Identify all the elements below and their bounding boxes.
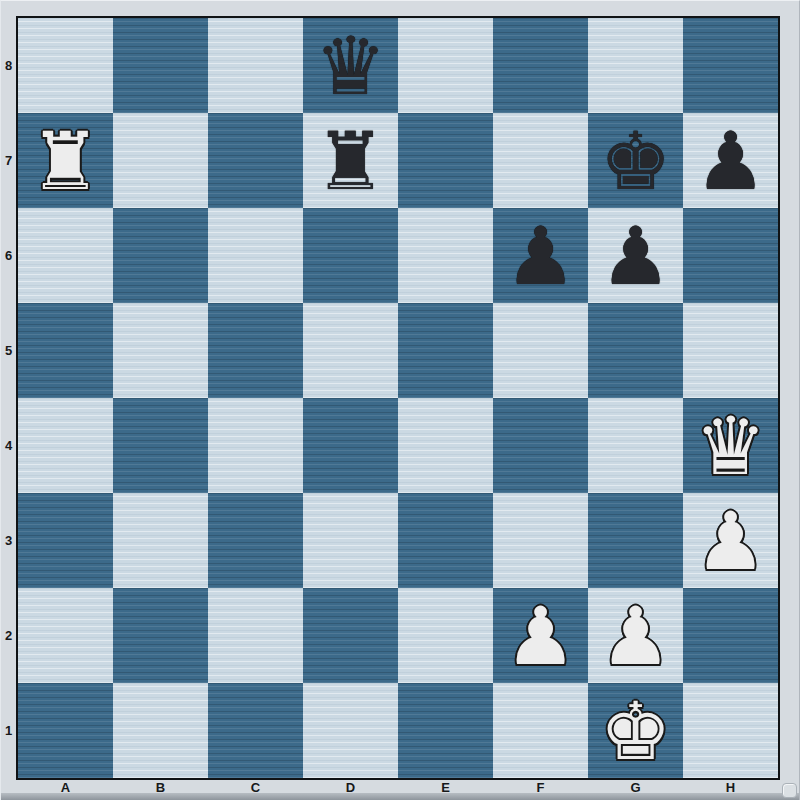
square-h7[interactable]: ♟: [683, 113, 778, 208]
piece-white-queen[interactable]: ♛: [695, 407, 767, 487]
square-g4[interactable]: [588, 398, 683, 493]
square-d7[interactable]: ♜: [303, 113, 398, 208]
square-b6[interactable]: [113, 208, 208, 303]
square-e5[interactable]: [398, 303, 493, 398]
square-d1[interactable]: [303, 683, 398, 778]
square-b3[interactable]: [113, 493, 208, 588]
piece-black-pawn[interactable]: ♟: [695, 122, 767, 202]
square-a6[interactable]: [18, 208, 113, 303]
piece-white-pawn[interactable]: ♟: [695, 502, 767, 582]
square-b8[interactable]: [113, 18, 208, 113]
square-a5[interactable]: [18, 303, 113, 398]
square-h3[interactable]: ♟: [683, 493, 778, 588]
square-a7[interactable]: ♜: [18, 113, 113, 208]
square-f1[interactable]: [493, 683, 588, 778]
square-a3[interactable]: [18, 493, 113, 588]
square-d4[interactable]: [303, 398, 398, 493]
square-h6[interactable]: [683, 208, 778, 303]
rank-label-8: 8: [1, 18, 16, 113]
piece-white-pawn[interactable]: ♟: [505, 597, 577, 677]
square-e1[interactable]: [398, 683, 493, 778]
rank-label-2: 2: [1, 588, 16, 683]
square-g7[interactable]: ♚: [588, 113, 683, 208]
piece-white-rook[interactable]: ♜: [30, 122, 102, 202]
square-b1[interactable]: [113, 683, 208, 778]
square-a8[interactable]: [18, 18, 113, 113]
square-e8[interactable]: [398, 18, 493, 113]
rank-label-3: 3: [1, 493, 16, 588]
square-g5[interactable]: [588, 303, 683, 398]
rank-label-6: 6: [1, 208, 16, 303]
square-c7[interactable]: [208, 113, 303, 208]
piece-black-pawn[interactable]: ♟: [505, 217, 577, 297]
rank-labels: 87654321: [1, 18, 16, 778]
piece-black-king[interactable]: ♚: [600, 122, 672, 202]
rank-label-5: 5: [1, 303, 16, 398]
square-d6[interactable]: [303, 208, 398, 303]
square-c3[interactable]: [208, 493, 303, 588]
square-g8[interactable]: [588, 18, 683, 113]
piece-white-king[interactable]: ♚: [600, 692, 672, 772]
resize-grip[interactable]: [782, 783, 797, 798]
chess-board[interactable]: ♛♜♜♚♟♟♟♛♟♟♟♚: [16, 16, 780, 780]
square-g3[interactable]: [588, 493, 683, 588]
square-f4[interactable]: [493, 398, 588, 493]
square-d3[interactable]: [303, 493, 398, 588]
square-g1[interactable]: ♚: [588, 683, 683, 778]
square-g6[interactable]: ♟: [588, 208, 683, 303]
square-f6[interactable]: ♟: [493, 208, 588, 303]
piece-black-queen[interactable]: ♛: [315, 27, 387, 107]
square-e7[interactable]: [398, 113, 493, 208]
square-h8[interactable]: [683, 18, 778, 113]
piece-black-pawn[interactable]: ♟: [600, 217, 672, 297]
square-f5[interactable]: [493, 303, 588, 398]
square-a4[interactable]: [18, 398, 113, 493]
square-d8[interactable]: ♛: [303, 18, 398, 113]
square-a2[interactable]: [18, 588, 113, 683]
square-b4[interactable]: [113, 398, 208, 493]
square-h2[interactable]: [683, 588, 778, 683]
square-e4[interactable]: [398, 398, 493, 493]
square-c2[interactable]: [208, 588, 303, 683]
square-h5[interactable]: [683, 303, 778, 398]
square-h4[interactable]: ♛: [683, 398, 778, 493]
square-c8[interactable]: [208, 18, 303, 113]
square-g2[interactable]: ♟: [588, 588, 683, 683]
square-b2[interactable]: [113, 588, 208, 683]
square-e6[interactable]: [398, 208, 493, 303]
square-h1[interactable]: [683, 683, 778, 778]
square-f3[interactable]: [493, 493, 588, 588]
piece-white-pawn[interactable]: ♟: [600, 597, 672, 677]
square-c4[interactable]: [208, 398, 303, 493]
square-e2[interactable]: [398, 588, 493, 683]
rank-label-4: 4: [1, 398, 16, 493]
rank-label-1: 1: [1, 683, 16, 778]
rank-label-7: 7: [1, 113, 16, 208]
square-e3[interactable]: [398, 493, 493, 588]
square-b5[interactable]: [113, 303, 208, 398]
square-f2[interactable]: ♟: [493, 588, 588, 683]
square-f7[interactable]: [493, 113, 588, 208]
square-d5[interactable]: [303, 303, 398, 398]
bottom-edge-bar: [1, 793, 799, 800]
square-c5[interactable]: [208, 303, 303, 398]
piece-black-rook[interactable]: ♜: [315, 122, 387, 202]
square-b7[interactable]: [113, 113, 208, 208]
square-c6[interactable]: [208, 208, 303, 303]
square-f8[interactable]: [493, 18, 588, 113]
square-a1[interactable]: [18, 683, 113, 778]
square-c1[interactable]: [208, 683, 303, 778]
board-frame: 87654321 ♛♜♜♚♟♟♟♛♟♟♟♚ ABCDEFGH: [0, 0, 800, 800]
square-d2[interactable]: [303, 588, 398, 683]
